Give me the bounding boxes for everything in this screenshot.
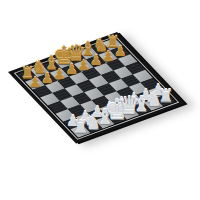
piece-gold-bishop-f8: ♝ bbox=[43, 54, 60, 73]
piece-gold-knight-b8: ♞ bbox=[92, 37, 108, 55]
piece-silver-knight-b1: ♞ bbox=[145, 91, 163, 111]
piece-gold-rook-h8: ♜ bbox=[20, 66, 34, 82]
piece-gold-pawn-f7: ♟ bbox=[53, 66, 66, 80]
piece-silver-pawn-c2: ♟ bbox=[127, 92, 141, 107]
piece-silver-pawn-h2: ♟ bbox=[66, 114, 80, 129]
piece-gold-pawn-e7: ♟ bbox=[65, 62, 78, 76]
piece-silver-queen-d1: ♛ bbox=[118, 95, 140, 120]
piece-gold-king-e8: ♚ bbox=[53, 43, 76, 68]
pieces-layer: ♜♞♝♚♛♝♞♜♟♟♟♟♟♟♟♟♟♟♟♟♟♟♟♟♜♞♝♚♛♝♞♜ bbox=[0, 0, 200, 200]
piece-gold-bishop-c8: ♝ bbox=[80, 41, 97, 60]
piece-gold-pawn-g7: ♟ bbox=[41, 71, 54, 85]
piece-gold-pawn-a7: ♟ bbox=[114, 44, 127, 58]
piece-gold-pawn-c7: ♟ bbox=[89, 53, 102, 67]
piece-silver-rook-a1: ♜ bbox=[158, 88, 174, 106]
chess-set-photo: ♜♞♝♚♛♝♞♜♟♟♟♟♟♟♟♟♟♟♟♟♟♟♟♟♜♞♝♚♛♝♞♜ bbox=[0, 0, 200, 200]
piece-silver-pawn-g2: ♟ bbox=[78, 110, 92, 125]
piece-silver-pawn-b2: ♟ bbox=[139, 87, 153, 102]
piece-gold-knight-g8: ♞ bbox=[32, 59, 48, 77]
piece-gold-pawn-h7: ♟ bbox=[29, 75, 42, 89]
piece-silver-knight-g1: ♞ bbox=[84, 113, 102, 133]
piece-silver-bishop-f1: ♝ bbox=[96, 108, 115, 129]
piece-gold-pawn-d7: ♟ bbox=[77, 57, 90, 71]
piece-gold-rook-a8: ♜ bbox=[105, 34, 119, 50]
piece-silver-pawn-e2: ♟ bbox=[103, 101, 117, 116]
piece-silver-king-e1: ♚ bbox=[104, 96, 129, 124]
piece-gold-pawn-b7: ♟ bbox=[102, 48, 115, 62]
piece-gold-queen-d8: ♛ bbox=[66, 41, 86, 63]
piece-silver-rook-h1: ♜ bbox=[73, 120, 89, 138]
piece-silver-pawn-d2: ♟ bbox=[115, 96, 129, 111]
piece-silver-pawn-a2: ♟ bbox=[151, 83, 165, 98]
piece-silver-pawn-f2: ♟ bbox=[90, 105, 104, 120]
piece-silver-bishop-c1: ♝ bbox=[132, 94, 151, 115]
